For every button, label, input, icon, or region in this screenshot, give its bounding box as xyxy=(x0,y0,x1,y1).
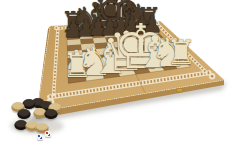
die-2 xyxy=(45,131,51,137)
checker-dark-7 xyxy=(18,109,31,119)
die-1 xyxy=(37,134,43,140)
chess-set-photo: ♜♞♝♛♚♝♞♜♟♟♟♟♟♟♟♟♟♟♟♟♟♟♟♟♜♞♝♛♚♝♞♜ xyxy=(0,0,240,150)
checker-dark-8 xyxy=(45,109,58,119)
accessory-layer xyxy=(0,0,240,150)
